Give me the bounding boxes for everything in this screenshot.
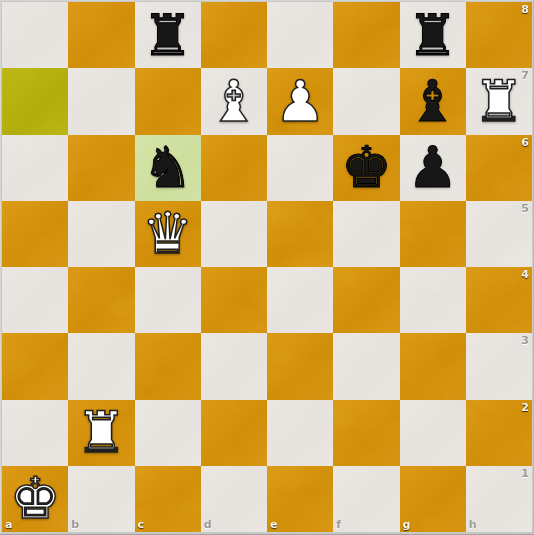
square-f6[interactable]: ♚ bbox=[333, 135, 399, 201]
square-c8[interactable]: ♜ bbox=[135, 2, 201, 68]
square-d7[interactable]: ♝ bbox=[201, 68, 267, 134]
square-e3[interactable] bbox=[267, 333, 333, 399]
white-rook-piece[interactable]: ♜ bbox=[466, 68, 532, 134]
file-label-b: b bbox=[71, 519, 79, 530]
black-king-piece[interactable]: ♚ bbox=[333, 135, 399, 201]
square-b3[interactable] bbox=[68, 333, 134, 399]
file-label-g: g bbox=[403, 519, 411, 530]
square-g6[interactable]: ♟ bbox=[400, 135, 466, 201]
black-rook-piece[interactable]: ♜ bbox=[400, 2, 466, 68]
square-d5[interactable] bbox=[201, 201, 267, 267]
rank-label-1: 1 bbox=[521, 468, 529, 479]
square-f3[interactable] bbox=[333, 333, 399, 399]
square-g3[interactable] bbox=[400, 333, 466, 399]
file-label-f: f bbox=[336, 519, 341, 530]
square-h8[interactable]: 8 bbox=[466, 2, 532, 68]
square-e8[interactable] bbox=[267, 2, 333, 68]
file-label-e: e bbox=[270, 519, 277, 530]
square-e5[interactable] bbox=[267, 201, 333, 267]
square-d3[interactable] bbox=[201, 333, 267, 399]
rank-label-8: 8 bbox=[521, 4, 529, 15]
rank-label-2: 2 bbox=[521, 402, 529, 413]
square-e2[interactable] bbox=[267, 400, 333, 466]
square-h4[interactable]: 4 bbox=[466, 267, 532, 333]
square-a1[interactable]: ♚a bbox=[2, 466, 68, 532]
white-queen-piece[interactable]: ♛ bbox=[135, 201, 201, 267]
black-rook-piece[interactable]: ♜ bbox=[135, 2, 201, 68]
square-f8[interactable] bbox=[333, 2, 399, 68]
square-a6[interactable] bbox=[2, 135, 68, 201]
square-c5[interactable]: ♛ bbox=[135, 201, 201, 267]
square-b2[interactable]: ♜ bbox=[68, 400, 134, 466]
square-e4[interactable] bbox=[267, 267, 333, 333]
square-f4[interactable] bbox=[333, 267, 399, 333]
square-c2[interactable] bbox=[135, 400, 201, 466]
square-g8[interactable]: ♜ bbox=[400, 2, 466, 68]
square-d8[interactable] bbox=[201, 2, 267, 68]
square-h1[interactable]: h1 bbox=[466, 466, 532, 532]
square-e6[interactable] bbox=[267, 135, 333, 201]
square-h3[interactable]: 3 bbox=[466, 333, 532, 399]
square-f1[interactable]: f bbox=[333, 466, 399, 532]
square-c6[interactable]: ♞ bbox=[135, 135, 201, 201]
square-b8[interactable] bbox=[68, 2, 134, 68]
square-b4[interactable] bbox=[68, 267, 134, 333]
square-h7[interactable]: ♜7 bbox=[466, 68, 532, 134]
square-c1[interactable]: c bbox=[135, 466, 201, 532]
square-d4[interactable] bbox=[201, 267, 267, 333]
square-c4[interactable] bbox=[135, 267, 201, 333]
square-c7[interactable] bbox=[135, 68, 201, 134]
board-frame: ♜♜8♝♟♝♜7♞♚♟6♛543♜2♚abcdefgh1 bbox=[0, 0, 534, 535]
square-e1[interactable]: e bbox=[267, 466, 333, 532]
square-h5[interactable]: 5 bbox=[466, 201, 532, 267]
file-label-c: c bbox=[138, 519, 145, 530]
square-g1[interactable]: g bbox=[400, 466, 466, 532]
square-f5[interactable] bbox=[333, 201, 399, 267]
white-pawn-piece[interactable]: ♟ bbox=[267, 68, 333, 134]
white-rook-piece[interactable]: ♜ bbox=[68, 400, 134, 466]
square-g4[interactable] bbox=[400, 267, 466, 333]
file-label-d: d bbox=[204, 519, 212, 530]
white-king-piece[interactable]: ♚ bbox=[2, 466, 68, 532]
square-f2[interactable] bbox=[333, 400, 399, 466]
square-a4[interactable] bbox=[2, 267, 68, 333]
black-knight-piece[interactable]: ♞ bbox=[135, 135, 201, 201]
square-g7[interactable]: ♝ bbox=[400, 68, 466, 134]
square-b6[interactable] bbox=[68, 135, 134, 201]
square-a8[interactable] bbox=[2, 2, 68, 68]
square-d6[interactable] bbox=[201, 135, 267, 201]
rank-label-5: 5 bbox=[521, 203, 529, 214]
square-d1[interactable]: d bbox=[201, 466, 267, 532]
file-label-h: h bbox=[469, 519, 477, 530]
square-h6[interactable]: 6 bbox=[466, 135, 532, 201]
square-e7[interactable]: ♟ bbox=[267, 68, 333, 134]
square-a5[interactable] bbox=[2, 201, 68, 267]
black-pawn-piece[interactable]: ♟ bbox=[400, 135, 466, 201]
square-g5[interactable] bbox=[400, 201, 466, 267]
square-b5[interactable] bbox=[68, 201, 134, 267]
rank-label-4: 4 bbox=[521, 269, 529, 280]
square-a3[interactable] bbox=[2, 333, 68, 399]
square-c3[interactable] bbox=[135, 333, 201, 399]
square-a2[interactable] bbox=[2, 400, 68, 466]
square-d2[interactable] bbox=[201, 400, 267, 466]
square-f7[interactable] bbox=[333, 68, 399, 134]
square-b7[interactable] bbox=[68, 68, 134, 134]
white-bishop-piece[interactable]: ♝ bbox=[201, 68, 267, 134]
chess-board: ♜♜8♝♟♝♜7♞♚♟6♛543♜2♚abcdefgh1 bbox=[2, 2, 532, 532]
rank-label-6: 6 bbox=[521, 137, 529, 148]
black-bishop-piece[interactable]: ♝ bbox=[400, 68, 466, 134]
square-b1[interactable]: b bbox=[68, 466, 134, 532]
square-h2[interactable]: 2 bbox=[466, 400, 532, 466]
rank-label-3: 3 bbox=[521, 335, 529, 346]
square-g2[interactable] bbox=[400, 400, 466, 466]
square-a7[interactable] bbox=[2, 68, 68, 134]
